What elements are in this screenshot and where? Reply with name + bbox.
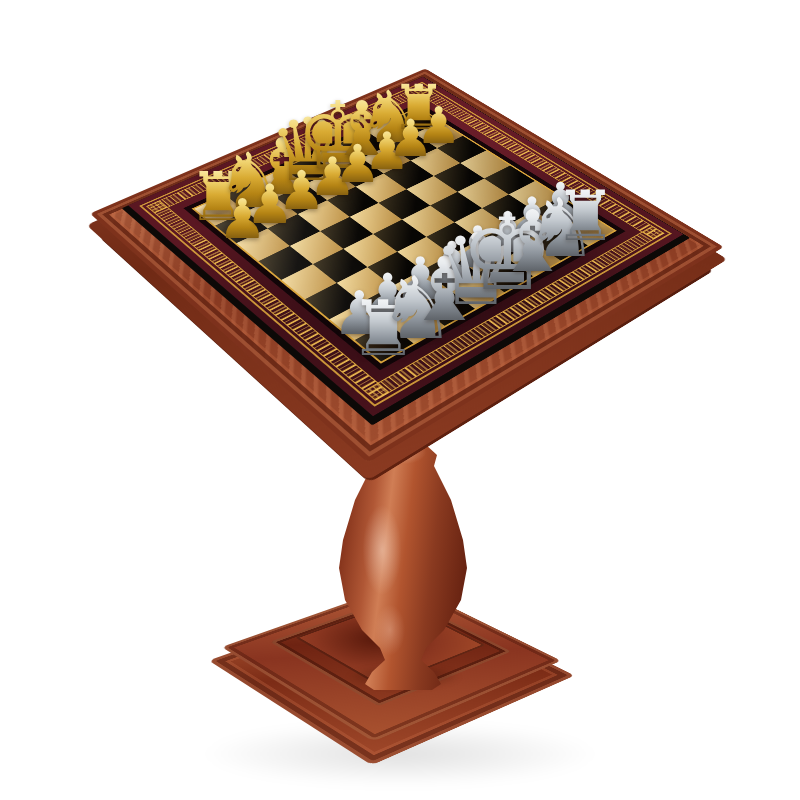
product-photo-scene: ♜♞♝♛♚♝♞♜♟♟♟♟♟♟♟♟♟♟♟♟♟♟♟♟♜♞♝♛♚♝♞♜ — [0, 0, 800, 800]
board-tile — [128, 77, 683, 416]
table-top — [90, 68, 724, 462]
